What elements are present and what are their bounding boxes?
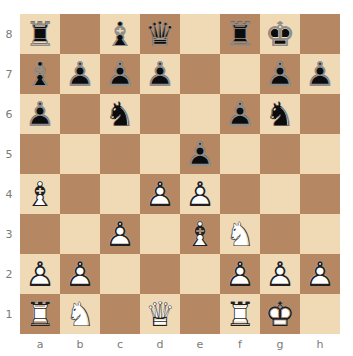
black-pawn-outline-icon: ♙ <box>20 94 60 134</box>
square-e8[interactable] <box>180 14 220 54</box>
black-pawn-outline-icon: ♙ <box>260 54 300 94</box>
square-f5[interactable] <box>220 134 260 174</box>
rank-label-2: 2 <box>0 254 18 294</box>
white-knight-icon: ♞ <box>60 294 100 334</box>
file-label-f: f <box>220 334 260 354</box>
file-label-a: a <box>20 334 60 354</box>
square-f2[interactable]: ♟♙ <box>220 254 260 294</box>
rank-label-4: 4 <box>0 174 18 214</box>
rank-label-5: 5 <box>0 134 18 174</box>
white-pawn[interactable]: ♟♙ <box>60 254 100 294</box>
square-e4[interactable]: ♟♙ <box>180 174 220 214</box>
white-pawn-icon: ♟ <box>60 254 100 294</box>
white-bishop-icon: ♝ <box>20 174 60 214</box>
square-e2[interactable] <box>180 254 220 294</box>
square-a5[interactable] <box>20 134 60 174</box>
file-label-b: b <box>60 334 100 354</box>
square-f3[interactable]: ♞♘ <box>220 214 260 254</box>
white-knight[interactable]: ♞♘ <box>220 214 260 254</box>
black-knight[interactable]: ♞♘ <box>260 94 300 134</box>
white-pawn[interactable]: ♟♙ <box>300 254 340 294</box>
white-pawn[interactable]: ♟♙ <box>180 174 220 214</box>
white-pawn-outline-icon: ♙ <box>20 254 60 294</box>
square-g2[interactable]: ♟♙ <box>260 254 300 294</box>
black-pawn-icon: ♟ <box>140 54 180 94</box>
square-c6[interactable]: ♞♘ <box>100 94 140 134</box>
black-bishop-outline-icon: ♗ <box>20 54 60 94</box>
white-king-icon: ♚ <box>260 294 300 334</box>
file-label-h: h <box>300 334 340 354</box>
square-c8[interactable]: ♝♗ <box>100 14 140 54</box>
rank-label-6: 6 <box>0 94 18 134</box>
white-rook[interactable]: ♜♖ <box>20 294 60 334</box>
black-king-icon: ♚ <box>260 14 300 54</box>
white-pawn-outline-icon: ♙ <box>220 254 260 294</box>
black-knight-icon: ♞ <box>100 94 140 134</box>
white-pawn-outline-icon: ♙ <box>180 174 220 214</box>
white-bishop[interactable]: ♝♗ <box>180 214 220 254</box>
black-pawn-icon: ♟ <box>100 54 140 94</box>
square-c4[interactable] <box>100 174 140 214</box>
white-rook-outline-icon: ♖ <box>220 294 260 334</box>
black-bishop[interactable]: ♝♗ <box>20 54 60 94</box>
black-pawn-icon: ♟ <box>20 94 60 134</box>
white-pawn-outline-icon: ♙ <box>60 254 100 294</box>
file-label-g: g <box>260 334 300 354</box>
black-bishop-icon: ♝ <box>100 14 140 54</box>
white-pawn-outline-icon: ♙ <box>140 174 180 214</box>
white-pawn-icon: ♟ <box>220 254 260 294</box>
white-pawn[interactable]: ♟♙ <box>140 174 180 214</box>
square-h8[interactable] <box>300 14 340 54</box>
square-b6[interactable] <box>60 94 100 134</box>
square-h2[interactable]: ♟♙ <box>300 254 340 294</box>
square-c3[interactable]: ♟♙ <box>100 214 140 254</box>
white-queen-icon: ♛ <box>140 294 180 334</box>
rank-label-8: 8 <box>0 14 18 54</box>
black-pawn-outline-icon: ♙ <box>140 54 180 94</box>
black-pawn-outline-icon: ♙ <box>300 54 340 94</box>
square-b8[interactable] <box>60 14 100 54</box>
square-c2[interactable] <box>100 254 140 294</box>
square-h4[interactable] <box>300 174 340 214</box>
square-g4[interactable] <box>260 174 300 214</box>
square-d3[interactable] <box>140 214 180 254</box>
square-c5[interactable] <box>100 134 140 174</box>
square-d1[interactable]: ♛♕ <box>140 294 180 334</box>
square-f6[interactable]: ♟♙ <box>220 94 260 134</box>
white-king[interactable]: ♚♔ <box>260 294 300 334</box>
square-e7[interactable] <box>180 54 220 94</box>
white-pawn-outline-icon: ♙ <box>100 214 140 254</box>
square-e5[interactable]: ♟♙ <box>180 134 220 174</box>
black-rook-outline-icon: ♖ <box>20 14 60 54</box>
black-king-outline-icon: ♔ <box>260 14 300 54</box>
white-pawn-icon: ♟ <box>140 174 180 214</box>
white-bishop-icon: ♝ <box>180 214 220 254</box>
square-c7[interactable]: ♟♙ <box>100 54 140 94</box>
white-bishop[interactable]: ♝♗ <box>20 174 60 214</box>
white-pawn[interactable]: ♟♙ <box>20 254 60 294</box>
white-rook-icon: ♜ <box>220 294 260 334</box>
black-king[interactable]: ♚♔ <box>260 14 300 54</box>
black-rook[interactable]: ♜♖ <box>20 14 60 54</box>
black-knight-outline-icon: ♘ <box>260 94 300 134</box>
white-pawn-icon: ♟ <box>300 254 340 294</box>
black-rook-outline-icon: ♖ <box>220 14 260 54</box>
square-h6[interactable] <box>300 94 340 134</box>
square-g8[interactable]: ♚♔ <box>260 14 300 54</box>
white-rook-icon: ♜ <box>20 294 60 334</box>
square-a2[interactable]: ♟♙ <box>20 254 60 294</box>
file-label-e: e <box>180 334 220 354</box>
black-pawn-icon: ♟ <box>60 54 100 94</box>
square-a1[interactable]: ♜♖ <box>20 294 60 334</box>
black-queen[interactable]: ♛♕ <box>140 14 180 54</box>
square-b3[interactable] <box>60 214 100 254</box>
rank-label-3: 3 <box>0 214 18 254</box>
square-g1[interactable]: ♚♔ <box>260 294 300 334</box>
square-a3[interactable] <box>20 214 60 254</box>
white-bishop-outline-icon: ♗ <box>180 214 220 254</box>
black-pawn[interactable]: ♟♙ <box>260 54 300 94</box>
rank-label-7: 7 <box>0 54 18 94</box>
square-h1[interactable] <box>300 294 340 334</box>
square-d8[interactable]: ♛♕ <box>140 14 180 54</box>
black-pawn[interactable]: ♟♙ <box>100 54 140 94</box>
square-a7[interactable]: ♝♗ <box>20 54 60 94</box>
square-g5[interactable] <box>260 134 300 174</box>
white-pawn[interactable]: ♟♙ <box>220 254 260 294</box>
chess-diagram: ♜♖♝♗♛♕♜♖♚♔♝♗♟♙♟♙♟♙♟♙♟♙♟♙♞♘♟♙♞♘♟♙♝♗♟♙♟♙♟♙… <box>0 0 353 356</box>
square-h7[interactable]: ♟♙ <box>300 54 340 94</box>
white-king-outline-icon: ♔ <box>260 294 300 334</box>
white-pawn[interactable]: ♟♙ <box>260 254 300 294</box>
black-bishop-icon: ♝ <box>20 54 60 94</box>
white-rook-outline-icon: ♖ <box>20 294 60 334</box>
file-label-c: c <box>100 334 140 354</box>
black-bishop-outline-icon: ♗ <box>100 14 140 54</box>
square-d4[interactable]: ♟♙ <box>140 174 180 214</box>
black-pawn-icon: ♟ <box>180 134 220 174</box>
white-knight-icon: ♞ <box>220 214 260 254</box>
square-f1[interactable]: ♜♖ <box>220 294 260 334</box>
square-b7[interactable]: ♟♙ <box>60 54 100 94</box>
square-b1[interactable]: ♞♘ <box>60 294 100 334</box>
square-d6[interactable] <box>140 94 180 134</box>
file-label-d: d <box>140 334 180 354</box>
square-e3[interactable]: ♝♗ <box>180 214 220 254</box>
black-pawn-icon: ♟ <box>260 54 300 94</box>
black-knight[interactable]: ♞♘ <box>100 94 140 134</box>
white-pawn-outline-icon: ♙ <box>300 254 340 294</box>
black-pawn[interactable]: ♟♙ <box>140 54 180 94</box>
white-pawn[interactable]: ♟♙ <box>100 214 140 254</box>
black-pawn[interactable]: ♟♙ <box>20 94 60 134</box>
square-b4[interactable] <box>60 174 100 214</box>
white-knight-outline-icon: ♘ <box>60 294 100 334</box>
white-knight-outline-icon: ♘ <box>220 214 260 254</box>
square-a6[interactable]: ♟♙ <box>20 94 60 134</box>
black-pawn-icon: ♟ <box>220 94 260 134</box>
white-pawn-icon: ♟ <box>20 254 60 294</box>
black-rook[interactable]: ♜♖ <box>220 14 260 54</box>
black-knight-icon: ♞ <box>260 94 300 134</box>
black-queen-icon: ♛ <box>140 14 180 54</box>
black-rook-icon: ♜ <box>220 14 260 54</box>
square-f4[interactable] <box>220 174 260 214</box>
black-pawn[interactable]: ♟♙ <box>300 54 340 94</box>
white-pawn-icon: ♟ <box>260 254 300 294</box>
square-f7[interactable] <box>220 54 260 94</box>
white-queen[interactable]: ♛♕ <box>140 294 180 334</box>
square-g7[interactable]: ♟♙ <box>260 54 300 94</box>
square-c1[interactable] <box>100 294 140 334</box>
white-knight[interactable]: ♞♘ <box>60 294 100 334</box>
square-a8[interactable]: ♜♖ <box>20 14 60 54</box>
white-pawn-outline-icon: ♙ <box>260 254 300 294</box>
black-pawn[interactable]: ♟♙ <box>180 134 220 174</box>
square-f8[interactable]: ♜♖ <box>220 14 260 54</box>
square-h5[interactable] <box>300 134 340 174</box>
black-queen-outline-icon: ♕ <box>140 14 180 54</box>
square-g3[interactable] <box>260 214 300 254</box>
square-e6[interactable] <box>180 94 220 134</box>
black-pawn-outline-icon: ♙ <box>60 54 100 94</box>
black-pawn-outline-icon: ♙ <box>180 134 220 174</box>
white-pawn-icon: ♟ <box>180 174 220 214</box>
black-bishop[interactable]: ♝♗ <box>100 14 140 54</box>
square-b5[interactable] <box>60 134 100 174</box>
black-pawn[interactable]: ♟♙ <box>220 94 260 134</box>
black-pawn[interactable]: ♟♙ <box>60 54 100 94</box>
square-d2[interactable] <box>140 254 180 294</box>
square-a4[interactable]: ♝♗ <box>20 174 60 214</box>
white-pawn-icon: ♟ <box>100 214 140 254</box>
black-pawn-outline-icon: ♙ <box>100 54 140 94</box>
square-h3[interactable] <box>300 214 340 254</box>
white-bishop-outline-icon: ♗ <box>20 174 60 214</box>
rank-label-1: 1 <box>0 294 18 334</box>
square-e1[interactable] <box>180 294 220 334</box>
white-rook[interactable]: ♜♖ <box>220 294 260 334</box>
black-pawn-outline-icon: ♙ <box>220 94 260 134</box>
white-queen-outline-icon: ♕ <box>140 294 180 334</box>
square-g6[interactable]: ♞♘ <box>260 94 300 134</box>
black-knight-outline-icon: ♘ <box>100 94 140 134</box>
black-pawn-icon: ♟ <box>300 54 340 94</box>
square-b2[interactable]: ♟♙ <box>60 254 100 294</box>
square-d7[interactable]: ♟♙ <box>140 54 180 94</box>
black-rook-icon: ♜ <box>20 14 60 54</box>
chess-board: ♜♖♝♗♛♕♜♖♚♔♝♗♟♙♟♙♟♙♟♙♟♙♟♙♞♘♟♙♞♘♟♙♝♗♟♙♟♙♟♙… <box>20 14 340 334</box>
square-d5[interactable] <box>140 134 180 174</box>
